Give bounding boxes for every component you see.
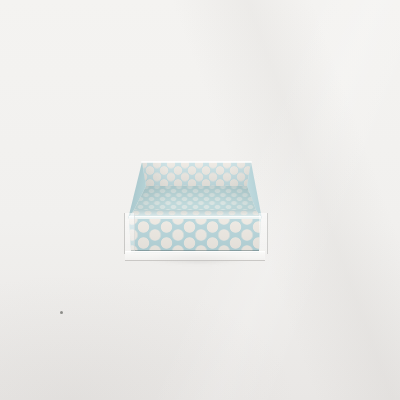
acetate-lid-bottom-lip	[125, 251, 265, 261]
dust-speck	[60, 311, 63, 314]
box-front-face	[129, 219, 261, 251]
acetate-lid-left-edge	[124, 213, 135, 254]
acetate-lid-right-edge	[259, 213, 268, 254]
box-back-wall-interior	[142, 162, 251, 186]
studio-backdrop	[0, 0, 400, 400]
box-floor-interior	[134, 186, 256, 210]
box-back-rim-highlight	[141, 161, 252, 163]
